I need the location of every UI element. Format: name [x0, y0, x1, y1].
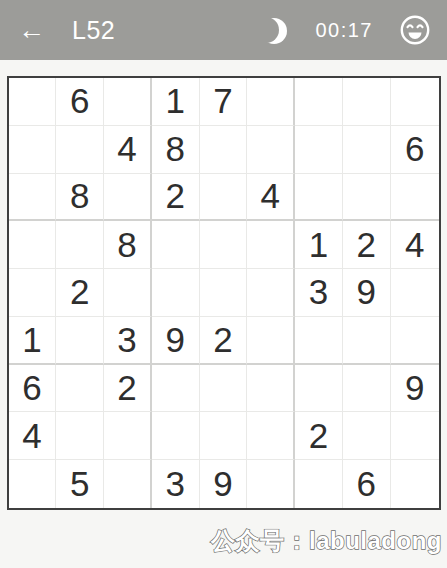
sudoku-cell-r8c4[interactable] — [152, 412, 200, 460]
sudoku-cell-r1c8[interactable] — [343, 78, 391, 126]
sudoku-cell-r5c1[interactable] — [9, 269, 57, 317]
sudoku-cell-r5c9[interactable] — [391, 269, 439, 317]
sudoku-cell-r8c8[interactable] — [343, 412, 391, 460]
sudoku-cell-r4c2[interactable] — [56, 221, 104, 269]
sudoku-cell-r7c2[interactable] — [56, 365, 104, 413]
back-icon[interactable]: ← — [18, 17, 45, 44]
sudoku-cell-r6c8[interactable] — [343, 317, 391, 365]
sudoku-cell-r6c9[interactable] — [391, 317, 439, 365]
sudoku-cell-r1c5[interactable]: 7 — [200, 78, 248, 126]
sudoku-cell-r5c5[interactable] — [200, 269, 248, 317]
sudoku-cell-r3c4[interactable]: 2 — [152, 174, 200, 222]
sudoku-cell-r6c4[interactable]: 9 — [152, 317, 200, 365]
sudoku-cell-r5c2[interactable]: 2 — [56, 269, 104, 317]
night-mode-moon-icon[interactable] — [253, 17, 279, 43]
sudoku-cell-r6c2[interactable] — [56, 317, 104, 365]
sudoku-cell-r4c9[interactable]: 4 — [391, 221, 439, 269]
sudoku-cell-r2c3[interactable]: 4 — [104, 126, 152, 174]
sudoku-cell-r6c1[interactable]: 1 — [9, 317, 57, 365]
sudoku-cell-r8c2[interactable] — [56, 412, 104, 460]
sudoku-cell-r9c6[interactable] — [247, 460, 295, 508]
sudoku-cell-r3c2[interactable]: 8 — [56, 174, 104, 222]
sudoku-cell-r4c7[interactable]: 1 — [295, 221, 343, 269]
sudoku-cell-r2c7[interactable] — [295, 126, 343, 174]
sudoku-cell-r7c4[interactable] — [152, 365, 200, 413]
sudoku-cell-r2c1[interactable] — [9, 126, 57, 174]
sudoku-cell-r4c6[interactable] — [247, 221, 295, 269]
sudoku-cell-r7c9[interactable]: 9 — [391, 365, 439, 413]
sudoku-cell-r9c9[interactable] — [391, 460, 439, 508]
sudoku-cell-r7c8[interactable] — [343, 365, 391, 413]
header-right-group: 00:17 — [253, 14, 431, 46]
sudoku-cell-r3c6[interactable]: 4 — [247, 174, 295, 222]
sudoku-cell-r4c4[interactable] — [152, 221, 200, 269]
sudoku-cell-r1c4[interactable]: 1 — [152, 78, 200, 126]
sudoku-cell-r1c2[interactable]: 6 — [56, 78, 104, 126]
sudoku-cell-r3c1[interactable] — [9, 174, 57, 222]
sudoku-cell-r9c1[interactable] — [9, 460, 57, 508]
watermark-text: 公众号：labuladong — [211, 527, 442, 556]
sudoku-cell-r3c3[interactable] — [104, 174, 152, 222]
timer-label: 00:17 — [315, 19, 373, 42]
sudoku-cell-r9c5[interactable]: 9 — [200, 460, 248, 508]
sudoku-cell-r8c9[interactable] — [391, 412, 439, 460]
sudoku-cell-r2c2[interactable] — [56, 126, 104, 174]
sudoku-cell-r3c9[interactable] — [391, 174, 439, 222]
sudoku-cell-r5c7[interactable]: 3 — [295, 269, 343, 317]
sudoku-cell-r6c3[interactable]: 3 — [104, 317, 152, 365]
sudoku-cell-r9c2[interactable]: 5 — [56, 460, 104, 508]
sudoku-cell-r9c4[interactable]: 3 — [152, 460, 200, 508]
sudoku-cell-r1c3[interactable] — [104, 78, 152, 126]
sudoku-cell-r9c3[interactable] — [104, 460, 152, 508]
sudoku-cell-r3c7[interactable] — [295, 174, 343, 222]
sudoku-cell-r3c5[interactable] — [200, 174, 248, 222]
sudoku-cell-r4c1[interactable] — [9, 221, 57, 269]
sudoku-cell-r1c1[interactable] — [9, 78, 57, 126]
sudoku-cell-r8c7[interactable]: 2 — [295, 412, 343, 460]
sudoku-cell-r7c5[interactable] — [200, 365, 248, 413]
sudoku-cell-r2c6[interactable] — [247, 126, 295, 174]
sudoku-cell-r7c1[interactable]: 6 — [9, 365, 57, 413]
sudoku-cell-r2c9[interactable]: 6 — [391, 126, 439, 174]
sudoku-cell-r4c8[interactable]: 2 — [343, 221, 391, 269]
sudoku-board: 61748682481242391392629425396 — [7, 76, 441, 510]
sudoku-cell-r8c6[interactable] — [247, 412, 295, 460]
sudoku-cell-r2c5[interactable] — [200, 126, 248, 174]
sudoku-cell-r5c4[interactable] — [152, 269, 200, 317]
sudoku-cell-r3c8[interactable] — [343, 174, 391, 222]
sudoku-cell-r7c3[interactable]: 2 — [104, 365, 152, 413]
sudoku-cell-r2c8[interactable] — [343, 126, 391, 174]
sudoku-cell-r6c5[interactable]: 2 — [200, 317, 248, 365]
sudoku-cell-r1c9[interactable] — [391, 78, 439, 126]
sudoku-cell-r6c6[interactable] — [247, 317, 295, 365]
sudoku-cell-r6c7[interactable] — [295, 317, 343, 365]
sudoku-cell-r7c7[interactable] — [295, 365, 343, 413]
sudoku-cell-r8c3[interactable] — [104, 412, 152, 460]
sudoku-cell-r1c6[interactable] — [247, 78, 295, 126]
sudoku-cell-r8c1[interactable]: 4 — [9, 412, 57, 460]
sudoku-cell-r5c8[interactable]: 9 — [343, 269, 391, 317]
sudoku-cell-r7c6[interactable] — [247, 365, 295, 413]
sudoku-cell-r2c4[interactable]: 8 — [152, 126, 200, 174]
sudoku-cell-r8c5[interactable] — [200, 412, 248, 460]
sudoku-cell-r4c3[interactable]: 8 — [104, 221, 152, 269]
app-header: ← L52 00:17 — [0, 0, 447, 60]
sudoku-cell-r1c7[interactable] — [295, 78, 343, 126]
sudoku-cell-r5c6[interactable] — [247, 269, 295, 317]
sudoku-cell-r9c8[interactable]: 6 — [343, 460, 391, 508]
sudoku-cell-r9c7[interactable] — [295, 460, 343, 508]
main-content: 61748682481242391392629425396 公众号：labula… — [0, 76, 447, 510]
sudoku-cell-r5c3[interactable] — [104, 269, 152, 317]
smiley-face-icon[interactable] — [399, 14, 431, 46]
sudoku-cell-r4c5[interactable] — [200, 221, 248, 269]
level-title: L52 — [72, 16, 115, 45]
